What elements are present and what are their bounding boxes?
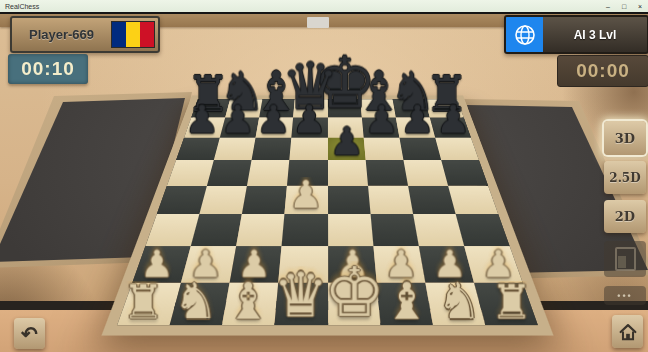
- white-queen-d1[interactable]: ♛: [274, 267, 329, 325]
- square-a4[interactable]: [157, 186, 207, 214]
- square-g7[interactable]: ♟: [396, 118, 435, 138]
- romania-flag-icon: [111, 21, 155, 48]
- realchess-window: RealChess – □ × ♜♞♝♛♚♝♞♜♟♟♟♟♟♟♟♟♟♟♟♟♟♟♟♟…: [0, 0, 648, 352]
- white-clock: 00:10: [8, 54, 88, 84]
- flag-stripe-yellow: [126, 22, 140, 47]
- square-a7[interactable]: ♟: [184, 118, 225, 138]
- home-button[interactable]: [612, 315, 643, 348]
- square-h1[interactable]: ♜: [474, 283, 538, 325]
- black-pawn-e6[interactable]: ♟: [329, 124, 364, 161]
- square-e4[interactable]: [328, 186, 371, 214]
- square-b6[interactable]: [214, 138, 256, 160]
- square-d1[interactable]: ♛: [275, 283, 328, 325]
- white-rook-h1[interactable]: ♜: [490, 280, 532, 325]
- undo-arrow-icon: ↶: [21, 324, 38, 344]
- view-3d-button[interactable]: 3D: [604, 121, 646, 155]
- white-pawn-d4[interactable]: ♟: [289, 177, 323, 213]
- black-player-plate: AI 3 Lvl: [504, 15, 648, 54]
- flag-stripe-red: [140, 22, 154, 47]
- white-player-name: Player-669: [12, 27, 111, 42]
- square-d4[interactable]: ♟: [285, 186, 328, 214]
- board-grid[interactable]: ♜♞♝♛♚♝♞♜♟♟♟♟♟♟♟♟♟♟♟♟♟♟♟♟♜♞♝♛♚♝♞♜: [101, 95, 553, 335]
- square-h6[interactable]: [435, 138, 479, 160]
- minimize-button[interactable]: –: [600, 1, 616, 12]
- chess-board: ♜♞♝♛♚♝♞♜♟♟♟♟♟♟♟♟♟♟♟♟♟♟♟♟♜♞♝♛♚♝♞♜: [158, 16, 497, 352]
- square-c7[interactable]: ♟: [256, 118, 294, 138]
- square-c5[interactable]: [247, 160, 289, 185]
- globe-icon: [506, 17, 543, 52]
- black-pawn-g7[interactable]: ♟: [400, 101, 434, 138]
- black-pawn-b7[interactable]: ♟: [221, 101, 255, 138]
- window-title: RealChess: [0, 3, 600, 10]
- white-bishop-f1[interactable]: ♝: [383, 277, 429, 326]
- square-f5[interactable]: [365, 160, 407, 185]
- square-c4[interactable]: [242, 186, 287, 214]
- view-2d-button[interactable]: 2D: [604, 200, 646, 233]
- square-g1[interactable]: ♞: [425, 283, 485, 325]
- black-pawn-d7[interactable]: ♟: [292, 101, 326, 138]
- black-player-name: AI 3 Lvl: [543, 17, 647, 52]
- black-pawn-f7[interactable]: ♟: [364, 101, 398, 138]
- square-e6[interactable]: ♟: [328, 138, 366, 160]
- white-knight-b1[interactable]: ♞: [174, 278, 219, 325]
- square-h7[interactable]: ♟: [430, 118, 471, 138]
- white-bishop-c1[interactable]: ♝: [226, 277, 272, 326]
- square-f6[interactable]: [363, 138, 403, 160]
- square-a1[interactable]: ♜: [117, 283, 181, 325]
- black-clock: 00:00: [557, 55, 648, 87]
- close-button[interactable]: ×: [632, 1, 648, 12]
- maximize-button[interactable]: □: [616, 1, 632, 12]
- white-knight-g1[interactable]: ♞: [437, 278, 482, 325]
- square-d3[interactable]: [282, 214, 328, 246]
- flip-board-button[interactable]: [604, 241, 646, 277]
- view-2-5d-button[interactable]: 2.5D: [604, 161, 646, 194]
- square-h5[interactable]: [441, 160, 488, 185]
- square-f7[interactable]: ♟: [362, 118, 400, 138]
- white-rook-a1[interactable]: ♜: [122, 280, 164, 325]
- flip-board-icon: [615, 247, 636, 271]
- square-a6[interactable]: [176, 138, 220, 160]
- square-b5[interactable]: [207, 160, 252, 185]
- square-e1[interactable]: ♚: [328, 283, 381, 325]
- white-player-plate: Player-669: [10, 16, 160, 53]
- square-f4[interactable]: [368, 186, 413, 214]
- black-pawn-a7[interactable]: ♟: [185, 101, 219, 138]
- square-d7[interactable]: ♟: [292, 118, 328, 138]
- black-pawn-c7[interactable]: ♟: [256, 101, 290, 138]
- window-titlebar: RealChess – □ ×: [0, 0, 648, 14]
- square-h4[interactable]: [448, 186, 498, 214]
- flag-stripe-blue: [112, 22, 126, 47]
- more-options-button[interactable]: •••: [604, 286, 646, 305]
- square-d6[interactable]: [290, 138, 328, 160]
- square-a5[interactable]: [167, 160, 214, 185]
- square-b7[interactable]: ♟: [220, 118, 259, 138]
- square-b1[interactable]: ♞: [170, 283, 230, 325]
- home-icon: [617, 321, 639, 343]
- game-scene: ♜♞♝♛♚♝♞♜♟♟♟♟♟♟♟♟♟♟♟♟♟♟♟♟♜♞♝♛♚♝♞♜: [0, 12, 648, 352]
- black-pawn-h7[interactable]: ♟: [436, 101, 470, 138]
- square-g6[interactable]: [399, 138, 441, 160]
- square-c1[interactable]: ♝: [222, 283, 278, 325]
- square-b4[interactable]: [200, 186, 248, 214]
- square-e5[interactable]: [328, 160, 368, 185]
- white-king-e1[interactable]: ♚: [323, 260, 384, 325]
- square-c6[interactable]: [252, 138, 292, 160]
- undo-button[interactable]: ↶: [14, 318, 45, 349]
